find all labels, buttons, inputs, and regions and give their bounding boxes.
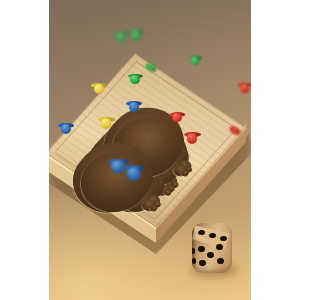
peg-head xyxy=(191,57,199,65)
green-peg xyxy=(189,57,202,85)
die-pip-top xyxy=(209,233,216,238)
die-pip-front xyxy=(217,258,224,265)
peg-head xyxy=(130,75,139,84)
red-peg xyxy=(170,113,185,147)
red-peg xyxy=(238,84,251,112)
peg-head xyxy=(101,118,112,129)
yellow-peg xyxy=(91,84,107,119)
peg-head xyxy=(187,133,198,144)
peg-head xyxy=(129,102,139,112)
yellow-peg xyxy=(98,118,115,152)
die-pip-side xyxy=(192,258,196,264)
blue-peg xyxy=(58,124,74,157)
peg-head xyxy=(61,124,71,134)
peg-head xyxy=(241,84,250,93)
die-pip-side xyxy=(192,248,195,254)
green-peg xyxy=(114,33,128,62)
die-pip-front xyxy=(216,244,223,251)
die-pip-front xyxy=(207,252,214,259)
blue-peg xyxy=(126,102,142,141)
peg-head xyxy=(132,31,141,40)
green-peg xyxy=(129,31,143,61)
peg-head xyxy=(172,113,181,122)
die xyxy=(192,223,232,273)
die-pip-top xyxy=(198,230,205,235)
die-pip-front xyxy=(198,246,205,253)
photo-of-ludo-board xyxy=(49,0,251,300)
blue-peg xyxy=(123,167,145,209)
die-pip-front xyxy=(199,260,206,267)
red-peg xyxy=(184,133,201,171)
die-pip-top xyxy=(220,236,227,241)
peg-head xyxy=(127,167,141,181)
peg-head xyxy=(94,84,104,94)
peg-head xyxy=(117,33,126,42)
